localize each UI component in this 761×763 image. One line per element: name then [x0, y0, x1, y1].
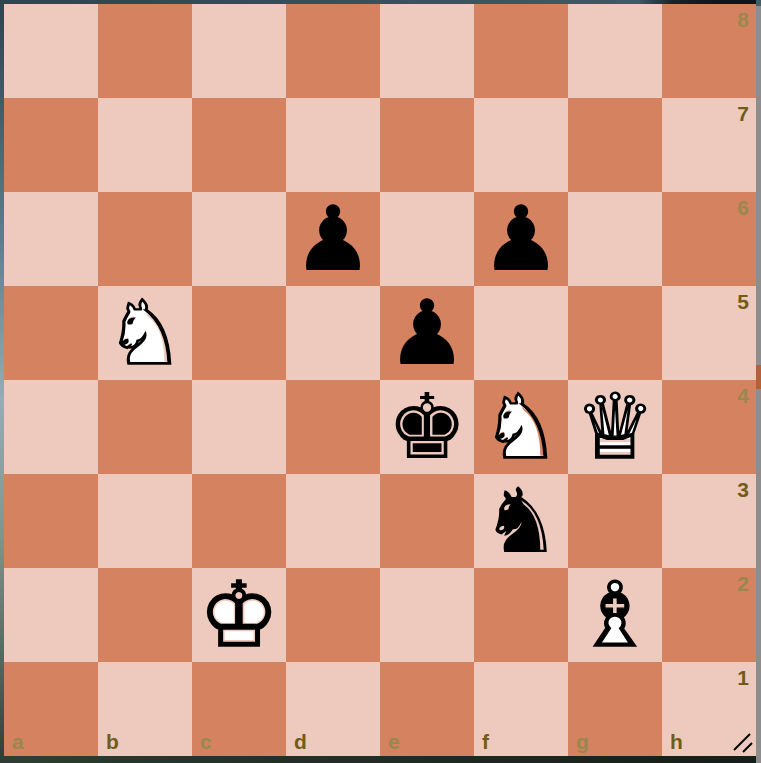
- square-c6[interactable]: [192, 192, 286, 286]
- square-f4[interactable]: ♞♘: [474, 380, 568, 474]
- square-b4[interactable]: [98, 380, 192, 474]
- square-f1[interactable]: f: [474, 662, 568, 756]
- square-g5[interactable]: [568, 286, 662, 380]
- square-b1[interactable]: b: [98, 662, 192, 756]
- white-queen-outline: ♕: [568, 380, 662, 474]
- white-king[interactable]: ♚♔: [192, 568, 286, 662]
- white-knight[interactable]: ♞♘: [474, 380, 568, 474]
- square-f3[interactable]: ♞: [474, 474, 568, 568]
- file-label-h: h: [670, 731, 683, 752]
- square-d8[interactable]: [286, 4, 380, 98]
- square-h8[interactable]: 8: [662, 4, 756, 98]
- black-pawn[interactable]: ♟: [474, 192, 568, 286]
- square-h4[interactable]: 4: [662, 380, 756, 474]
- chess-board: 87♟♟6♞♘♟5♚♞♘♛♕4♞3♚♔♝♗2abcdefgh1: [4, 4, 756, 756]
- square-h3[interactable]: 3: [662, 474, 756, 568]
- white-bishop[interactable]: ♝♗: [568, 568, 662, 662]
- square-e5[interactable]: ♟: [380, 286, 474, 380]
- page-scrollbar-thumb[interactable]: [756, 365, 761, 389]
- square-c2[interactable]: ♚♔: [192, 568, 286, 662]
- square-d5[interactable]: [286, 286, 380, 380]
- square-e2[interactable]: [380, 568, 474, 662]
- rank-label-7: 7: [737, 103, 749, 124]
- file-label-a: a: [12, 731, 24, 752]
- rank-label-8: 8: [737, 9, 749, 30]
- square-f5[interactable]: [474, 286, 568, 380]
- square-a7[interactable]: [4, 98, 98, 192]
- file-label-e: e: [388, 731, 400, 752]
- white-bishop-outline: ♗: [568, 568, 662, 662]
- board-resize-handle-icon[interactable]: [730, 730, 754, 754]
- square-h5[interactable]: 5: [662, 286, 756, 380]
- square-a6[interactable]: [4, 192, 98, 286]
- square-d2[interactable]: [286, 568, 380, 662]
- square-g7[interactable]: [568, 98, 662, 192]
- square-b6[interactable]: [98, 192, 192, 286]
- file-label-c: c: [200, 731, 212, 752]
- square-c7[interactable]: [192, 98, 286, 192]
- square-d6[interactable]: ♟: [286, 192, 380, 286]
- file-label-f: f: [482, 731, 489, 752]
- square-g1[interactable]: g: [568, 662, 662, 756]
- square-g3[interactable]: [568, 474, 662, 568]
- file-label-d: d: [294, 731, 307, 752]
- black-knight-glyph: ♞: [474, 474, 568, 568]
- square-b3[interactable]: [98, 474, 192, 568]
- square-g2[interactable]: ♝♗: [568, 568, 662, 662]
- square-e3[interactable]: [380, 474, 474, 568]
- square-a4[interactable]: [4, 380, 98, 474]
- square-c5[interactable]: [192, 286, 286, 380]
- rank-label-5: 5: [737, 291, 749, 312]
- white-king-outline: ♔: [192, 568, 286, 662]
- square-b8[interactable]: [98, 4, 192, 98]
- square-h6[interactable]: 6: [662, 192, 756, 286]
- square-e8[interactable]: [380, 4, 474, 98]
- square-d7[interactable]: [286, 98, 380, 192]
- square-a2[interactable]: [4, 568, 98, 662]
- square-f7[interactable]: [474, 98, 568, 192]
- square-h2[interactable]: 2: [662, 568, 756, 662]
- square-e6[interactable]: [380, 192, 474, 286]
- square-c8[interactable]: [192, 4, 286, 98]
- square-b5[interactable]: ♞♘: [98, 286, 192, 380]
- rank-label-3: 3: [737, 479, 749, 500]
- white-knight-outline: ♘: [98, 286, 192, 380]
- black-pawn-glyph: ♟: [286, 192, 380, 286]
- square-e1[interactable]: e: [380, 662, 474, 756]
- square-f2[interactable]: [474, 568, 568, 662]
- square-b2[interactable]: [98, 568, 192, 662]
- rank-label-4: 4: [737, 385, 749, 406]
- white-knight-outline: ♘: [474, 380, 568, 474]
- square-g8[interactable]: [568, 4, 662, 98]
- square-e7[interactable]: [380, 98, 474, 192]
- square-e4[interactable]: ♚: [380, 380, 474, 474]
- rank-label-2: 2: [737, 573, 749, 594]
- square-f8[interactable]: [474, 4, 568, 98]
- black-pawn-glyph: ♟: [474, 192, 568, 286]
- desktop-background: { "game": "chess", "position": "8/8/3p1p…: [0, 0, 761, 763]
- square-a5[interactable]: [4, 286, 98, 380]
- square-c1[interactable]: c: [192, 662, 286, 756]
- square-d4[interactable]: [286, 380, 380, 474]
- square-c3[interactable]: [192, 474, 286, 568]
- black-pawn[interactable]: ♟: [380, 286, 474, 380]
- square-a1[interactable]: a: [4, 662, 98, 756]
- black-knight[interactable]: ♞: [474, 474, 568, 568]
- rank-label-6: 6: [737, 197, 749, 218]
- file-label-g: g: [576, 731, 589, 752]
- square-g4[interactable]: ♛♕: [568, 380, 662, 474]
- square-g6[interactable]: [568, 192, 662, 286]
- black-pawn[interactable]: ♟: [286, 192, 380, 286]
- square-f6[interactable]: ♟: [474, 192, 568, 286]
- black-king-glyph: ♚: [380, 380, 474, 474]
- rank-label-1: 1: [737, 667, 749, 688]
- file-label-b: b: [106, 731, 119, 752]
- page-scrollbar-track[interactable]: [756, 6, 761, 763]
- black-pawn-glyph: ♟: [380, 286, 474, 380]
- square-c4[interactable]: [192, 380, 286, 474]
- square-d3[interactable]: [286, 474, 380, 568]
- white-knight[interactable]: ♞♘: [98, 286, 192, 380]
- square-d1[interactable]: d: [286, 662, 380, 756]
- square-b7[interactable]: [98, 98, 192, 192]
- square-h7[interactable]: 7: [662, 98, 756, 192]
- white-queen[interactable]: ♛♕: [568, 380, 662, 474]
- square-a8[interactable]: [4, 4, 98, 98]
- black-king[interactable]: ♚: [380, 380, 474, 474]
- square-a3[interactable]: [4, 474, 98, 568]
